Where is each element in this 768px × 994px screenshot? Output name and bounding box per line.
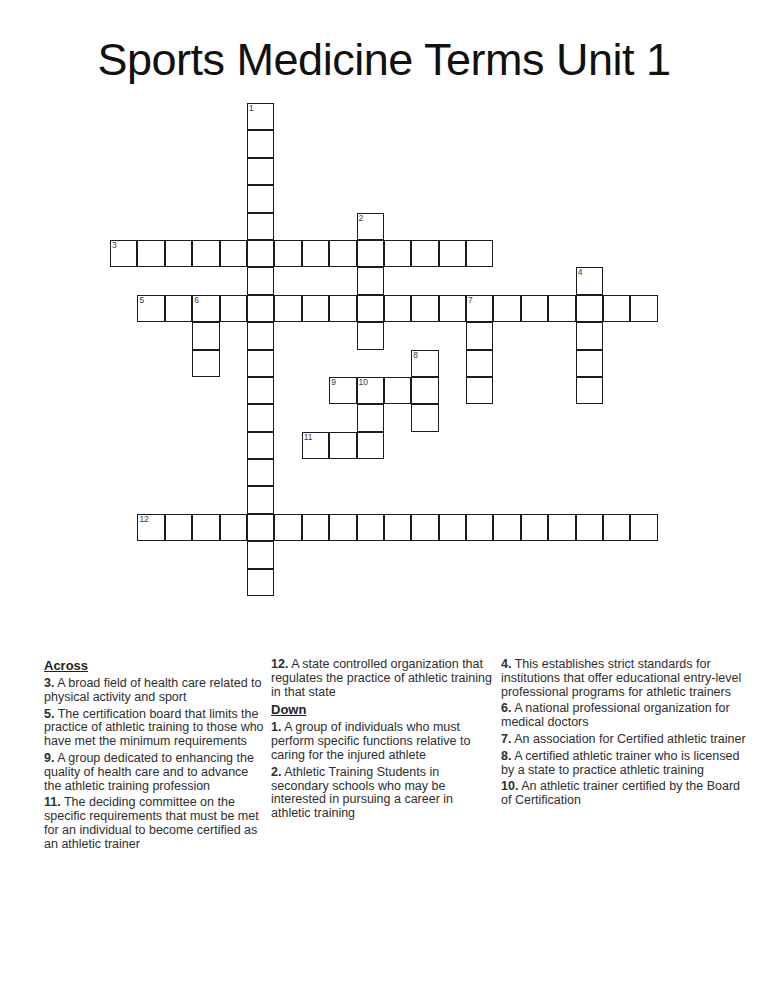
grid-cell[interactable] [466,322,493,349]
grid-cell[interactable] [466,377,493,404]
grid-cell[interactable]: 12 [137,514,164,541]
grid-cell[interactable]: 4 [576,267,603,294]
grid-cell[interactable] [384,295,411,322]
clue-number: 2 [359,214,364,223]
grid-cell[interactable] [466,350,493,377]
clue-number: 5 [139,296,144,305]
clue-number: 9 [331,378,336,387]
grid-cell[interactable] [192,240,219,267]
grid-cell[interactable] [247,350,274,377]
grid-cell[interactable] [384,377,411,404]
grid-cell[interactable] [302,514,329,541]
grid-cell[interactable] [302,240,329,267]
grid-cell[interactable] [274,295,301,322]
grid-cell[interactable] [576,295,603,322]
grid-cell[interactable] [411,377,438,404]
grid-cell[interactable]: 7 [466,295,493,322]
grid-cell[interactable] [247,322,274,349]
grid-cell[interactable] [247,514,274,541]
grid-cell[interactable] [247,185,274,212]
clue-number: 3 [112,241,117,250]
grid-cell[interactable]: 8 [411,350,438,377]
grid-cell[interactable] [630,514,657,541]
grid-cell[interactable] [247,569,274,596]
clue-column-2: 12. A state controlled organization that… [271,658,495,824]
grid-cell[interactable] [576,514,603,541]
crossword-grid: 123456789101112 [110,103,658,596]
grid-cell[interactable] [466,514,493,541]
grid-cell[interactable] [521,295,548,322]
grid-cell[interactable] [247,377,274,404]
across-header: Across [44,658,268,673]
grid-cell[interactable] [247,404,274,431]
grid-cell[interactable] [439,295,466,322]
page: Sports Medicine Terms Unit 1 12345678910… [0,0,768,994]
clue-number: 12 [139,515,148,524]
grid-cell[interactable] [247,295,274,322]
clue-number: 6 [194,296,199,305]
grid-cell[interactable] [411,240,438,267]
grid-cell[interactable] [192,350,219,377]
grid-cell[interactable] [137,240,164,267]
grid-cell[interactable] [439,240,466,267]
grid-cell[interactable] [165,240,192,267]
grid-cell[interactable] [439,514,466,541]
grid-cell[interactable] [247,213,274,240]
grid-cell[interactable]: 5 [137,295,164,322]
clue-7-down: 7. An association for Certified athletic… [501,733,749,747]
clue-6-down: 6. A national professional organization … [501,702,749,730]
grid-cell[interactable] [329,514,356,541]
grid-cell[interactable] [357,267,384,294]
clue-4-down: 4. This establishes strict standards for… [501,658,749,699]
grid-cell[interactable] [603,295,630,322]
clue-number: 4 [578,268,583,277]
grid-cell[interactable] [357,240,384,267]
grid-cell[interactable] [521,514,548,541]
grid-cell[interactable] [247,130,274,157]
grid-cell[interactable]: 2 [357,213,384,240]
grid-cell[interactable]: 9 [329,377,356,404]
grid-cell[interactable] [411,295,438,322]
grid-cell[interactable] [220,514,247,541]
grid-cell[interactable] [548,295,575,322]
grid-cell[interactable] [329,295,356,322]
clue-number: 7 [468,296,473,305]
grid-cell[interactable] [220,240,247,267]
grid-cell[interactable]: 3 [110,240,137,267]
down-header: Down [271,702,495,717]
clue-number: 11 [304,433,313,442]
grid-cell[interactable] [165,514,192,541]
grid-cell[interactable]: 1 [247,103,274,130]
grid-cell[interactable] [576,322,603,349]
grid-cell[interactable] [165,295,192,322]
grid-cell[interactable] [357,514,384,541]
clue-8-down: 8. A certified athletic trainer who is l… [501,750,749,778]
clue-1-down: 1. A group of individuals who must perfo… [271,721,495,762]
clue-9-across: 9. A group dedicated to enhancing the qu… [44,752,268,793]
grid-cell[interactable] [411,514,438,541]
grid-cell[interactable]: 11 [302,432,329,459]
grid-cell[interactable] [603,514,630,541]
grid-cell[interactable] [630,295,657,322]
clue-11-across: 11. The deciding committee on the specif… [44,796,268,851]
grid-cell[interactable] [274,240,301,267]
grid-cell[interactable] [384,514,411,541]
grid-cell[interactable] [329,432,356,459]
grid-cell[interactable] [576,377,603,404]
grid-cell[interactable] [247,541,274,568]
grid-cell[interactable]: 10 [357,377,384,404]
grid-cell[interactable] [576,350,603,377]
clue-number: 8 [413,351,418,360]
grid-cell[interactable] [247,459,274,486]
grid-cell[interactable] [302,295,329,322]
grid-cell[interactable] [411,404,438,431]
grid-cell[interactable] [247,432,274,459]
grid-cell[interactable] [247,158,274,185]
grid-cell[interactable] [220,295,247,322]
grid-cell[interactable] [357,404,384,431]
grid-cell[interactable] [493,514,520,541]
grid-cell[interactable]: 6 [192,295,219,322]
grid-cell[interactable] [247,486,274,513]
clue-number: 1 [249,104,254,113]
clue-5-across: 5. The certification board that limits t… [44,708,268,749]
grid-cell[interactable] [192,322,219,349]
grid-cell[interactable] [357,432,384,459]
grid-cell[interactable] [357,295,384,322]
clue-12-across: 12. A state controlled organization that… [271,658,495,699]
grid-cell[interactable] [192,514,219,541]
grid-cell[interactable] [247,267,274,294]
grid-cell[interactable] [466,240,493,267]
grid-cell[interactable] [274,514,301,541]
grid-cell[interactable] [357,322,384,349]
grid-cell[interactable] [329,240,356,267]
clue-10-down: 10. An athletic trainer certified by the… [501,780,749,808]
clue-number: 10 [359,378,368,387]
grid-cell[interactable] [247,240,274,267]
clue-column-3: 4. This establishes strict standards for… [501,658,749,811]
clue-2-down: 2. Athletic Training Students in seconda… [271,766,495,821]
grid-cell[interactable] [548,514,575,541]
clue-column-1: Across 3. A broad field of health care r… [44,658,268,855]
clue-3-across: 3. A broad field of health care related … [44,677,268,705]
grid-cell[interactable] [384,240,411,267]
page-title: Sports Medicine Terms Unit 1 [0,34,768,86]
grid-cell[interactable] [493,295,520,322]
